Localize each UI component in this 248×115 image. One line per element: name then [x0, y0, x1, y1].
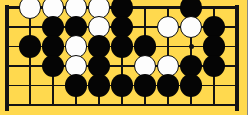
board-intersection[interactable]	[226, 76, 248, 96]
board-intersection[interactable]	[226, 56, 248, 76]
board-intersection[interactable]	[88, 76, 111, 96]
board-intersection[interactable]	[42, 0, 65, 17]
board-intersection[interactable]	[226, 95, 248, 115]
board-intersection[interactable]	[65, 0, 88, 17]
board-intersection[interactable]	[111, 76, 134, 96]
stone-grid	[0, 0, 247, 115]
black-stone	[203, 55, 226, 78]
board-intersection[interactable]	[134, 37, 157, 57]
board-intersection[interactable]	[42, 17, 65, 37]
board-intersection[interactable]	[203, 17, 226, 37]
board-intersection[interactable]	[134, 76, 157, 96]
board-intersection[interactable]	[111, 95, 134, 115]
black-stone	[111, 35, 134, 58]
board-intersection[interactable]	[0, 0, 19, 17]
board-intersection[interactable]	[226, 37, 248, 57]
board-intersection[interactable]	[0, 56, 19, 76]
board-intersection[interactable]	[65, 95, 88, 115]
board-intersection[interactable]	[88, 95, 111, 115]
board-intersection[interactable]	[88, 0, 111, 17]
board-intersection[interactable]	[134, 56, 157, 76]
board-intersection[interactable]	[19, 95, 42, 115]
black-stone	[19, 35, 42, 58]
board-intersection[interactable]	[203, 0, 226, 17]
board-intersection[interactable]	[203, 56, 226, 76]
board-intersection[interactable]	[0, 76, 19, 96]
board-intersection[interactable]	[19, 0, 42, 17]
black-stone	[134, 74, 157, 97]
board-intersection[interactable]	[0, 37, 19, 57]
star-point	[189, 44, 194, 49]
black-stone	[65, 74, 88, 97]
board-intersection[interactable]	[157, 76, 180, 96]
board-intersection[interactable]	[157, 17, 180, 37]
board-intersection[interactable]	[203, 76, 226, 96]
white-stone	[19, 0, 42, 19]
board-intersection[interactable]	[180, 95, 203, 115]
board-intersection[interactable]	[19, 17, 42, 37]
board-intersection[interactable]	[19, 56, 42, 76]
board-intersection[interactable]	[157, 95, 180, 115]
board-intersection[interactable]	[157, 0, 180, 17]
board-intersection[interactable]	[19, 37, 42, 57]
board-intersection[interactable]	[0, 95, 19, 115]
board-intersection[interactable]	[134, 17, 157, 37]
black-stone	[88, 74, 111, 97]
board-intersection[interactable]	[180, 0, 203, 17]
go-board	[0, 0, 247, 115]
white-stone	[180, 16, 203, 39]
board-intersection[interactable]	[134, 95, 157, 115]
black-stone	[157, 74, 180, 97]
black-stone	[111, 74, 134, 97]
board-intersection[interactable]	[65, 56, 88, 76]
board-intersection[interactable]	[203, 95, 226, 115]
board-intersection[interactable]	[134, 0, 157, 17]
board-intersection[interactable]	[65, 76, 88, 96]
board-intersection[interactable]	[111, 17, 134, 37]
board-intersection[interactable]	[0, 17, 19, 37]
board-intersection[interactable]	[65, 37, 88, 57]
board-intersection[interactable]	[19, 76, 42, 96]
board-intersection[interactable]	[42, 76, 65, 96]
black-stone	[42, 55, 65, 78]
board-intersection[interactable]	[88, 37, 111, 57]
board-intersection[interactable]	[42, 37, 65, 57]
board-intersection[interactable]	[111, 37, 134, 57]
black-stone	[180, 74, 203, 97]
board-intersection[interactable]	[226, 17, 248, 37]
board-intersection[interactable]	[42, 56, 65, 76]
board-intersection[interactable]	[88, 17, 111, 37]
board-intersection[interactable]	[88, 56, 111, 76]
white-stone	[157, 16, 180, 39]
board-intersection[interactable]	[180, 76, 203, 96]
board-intersection[interactable]	[111, 0, 134, 17]
board-intersection[interactable]	[65, 17, 88, 37]
board-intersection[interactable]	[180, 56, 203, 76]
board-intersection[interactable]	[203, 37, 226, 57]
board-intersection[interactable]	[180, 17, 203, 37]
board-intersection[interactable]	[111, 56, 134, 76]
board-intersection[interactable]	[42, 95, 65, 115]
board-intersection[interactable]	[157, 56, 180, 76]
board-intersection[interactable]	[226, 0, 248, 17]
board-intersection[interactable]	[157, 37, 180, 57]
